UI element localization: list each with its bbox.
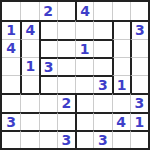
cell-r1c1[interactable] <box>2 2 20 20</box>
cell-r6c7[interactable] <box>112 93 130 111</box>
cell-r3c7[interactable] <box>112 39 130 57</box>
given-digit: 3 <box>44 60 54 74</box>
given-digit: 4 <box>6 41 16 55</box>
cell-r4c2[interactable]: 1 <box>20 57 38 75</box>
cell-r6c4[interactable]: 2 <box>57 93 75 111</box>
given-digit: 3 <box>98 133 108 147</box>
cell-r7c7[interactable]: 4 <box>112 112 130 130</box>
cell-r7c4[interactable] <box>57 112 75 130</box>
cell-r8c5[interactable] <box>75 130 93 148</box>
cell-r6c5[interactable] <box>75 93 93 111</box>
cell-r3c3[interactable] <box>39 39 57 57</box>
cell-r2c8[interactable]: 3 <box>130 20 148 38</box>
given-digit: 2 <box>62 96 72 110</box>
cell-r2c1[interactable]: 1 <box>2 20 20 38</box>
cell-r5c8[interactable] <box>130 75 148 93</box>
cell-r8c2[interactable] <box>20 130 38 148</box>
cell-r6c3[interactable] <box>39 93 57 111</box>
cell-r5c3[interactable] <box>39 75 57 93</box>
cell-r7c3[interactable] <box>39 112 57 130</box>
cell-r7c5[interactable] <box>75 112 93 130</box>
cell-r4c5[interactable] <box>75 57 93 75</box>
given-digit: 1 <box>6 23 16 37</box>
cell-r5c4[interactable] <box>57 75 75 93</box>
cell-r8c3[interactable] <box>39 130 57 148</box>
cell-r2c5[interactable] <box>75 20 93 38</box>
cell-r2c6[interactable] <box>93 20 111 38</box>
cell-r2c4[interactable] <box>57 20 75 38</box>
cell-r3c2[interactable] <box>20 39 38 57</box>
cell-r1c5[interactable]: 4 <box>75 2 93 20</box>
given-digit: 3 <box>98 78 108 92</box>
given-digit: 4 <box>116 115 126 129</box>
cell-r5c7[interactable]: 1 <box>112 75 130 93</box>
given-digit: 1 <box>135 115 145 129</box>
given-digit: 4 <box>80 4 90 18</box>
given-digit: 1 <box>80 42 90 56</box>
given-digit: 1 <box>26 59 36 73</box>
cell-r6c6[interactable] <box>93 93 111 111</box>
cell-r4c4[interactable] <box>57 57 75 75</box>
given-digit: 1 <box>117 78 127 92</box>
cell-r8c1[interactable] <box>2 130 20 148</box>
cell-r6c8[interactable]: 3 <box>130 93 148 111</box>
cell-r4c3[interactable]: 3 <box>39 57 57 75</box>
cell-r2c3[interactable] <box>39 20 57 38</box>
cell-r6c1[interactable] <box>2 93 20 111</box>
cell-r4c7[interactable] <box>112 57 130 75</box>
puzzle-board: 241434113312334133 <box>0 0 150 150</box>
given-digit: 2 <box>43 4 53 18</box>
cell-r3c8[interactable] <box>130 39 148 57</box>
cell-r1c6[interactable] <box>93 2 111 20</box>
cell-r1c8[interactable] <box>130 2 148 20</box>
cell-r2c7[interactable] <box>112 20 130 38</box>
cell-r5c1[interactable] <box>2 75 20 93</box>
cell-r3c5[interactable]: 1 <box>75 39 93 57</box>
cell-r4c6[interactable] <box>93 57 111 75</box>
cell-r4c1[interactable] <box>2 57 20 75</box>
given-digit: 3 <box>6 115 16 129</box>
cell-r6c2[interactable] <box>20 93 38 111</box>
cell-r1c2[interactable] <box>20 2 38 20</box>
cell-r1c7[interactable] <box>112 2 130 20</box>
cell-r5c6[interactable]: 3 <box>93 75 111 93</box>
cell-r7c2[interactable] <box>20 112 38 130</box>
cell-r7c1[interactable]: 3 <box>2 112 20 130</box>
cell-r3c4[interactable] <box>57 39 75 57</box>
cell-r1c4[interactable] <box>57 2 75 20</box>
cell-r2c2[interactable]: 4 <box>20 20 38 38</box>
cell-r3c6[interactable] <box>93 39 111 57</box>
cell-r3c1[interactable]: 4 <box>2 39 20 57</box>
cell-r8c4[interactable]: 3 <box>57 130 75 148</box>
given-digit: 3 <box>62 133 72 147</box>
cell-r5c5[interactable] <box>75 75 93 93</box>
given-digit: 3 <box>135 96 145 110</box>
cell-r8c6[interactable]: 3 <box>93 130 111 148</box>
given-digit: 4 <box>26 23 36 37</box>
cell-r8c7[interactable] <box>112 130 130 148</box>
cell-r1c3[interactable]: 2 <box>39 2 57 20</box>
cell-r8c8[interactable] <box>130 130 148 148</box>
cell-r7c8[interactable]: 1 <box>130 112 148 130</box>
cell-r5c2[interactable] <box>20 75 38 93</box>
given-digit: 3 <box>135 23 145 37</box>
cell-r7c6[interactable] <box>93 112 111 130</box>
cell-r4c8[interactable] <box>130 57 148 75</box>
